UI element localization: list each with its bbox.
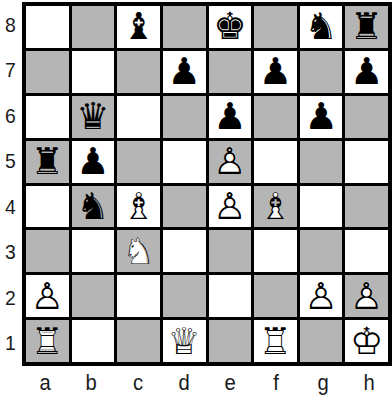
white-pawn-piece[interactable]: ♟♙ (350, 278, 383, 315)
white-pawn-piece[interactable]: ♟♙ (304, 278, 337, 315)
piece-solid: ♟ (350, 53, 383, 90)
square-f2[interactable] (254, 275, 297, 317)
square-b4[interactable]: ♞ (72, 186, 115, 228)
square-c3[interactable]: ♞♘ (117, 230, 160, 272)
square-f8[interactable] (254, 6, 297, 48)
square-e5[interactable]: ♟♙ (209, 141, 252, 183)
white-rook-piece[interactable]: ♜♖ (31, 323, 64, 360)
square-e8[interactable]: ♚ (209, 6, 252, 48)
square-c5[interactable] (117, 141, 160, 183)
square-d8[interactable] (163, 6, 206, 48)
piece-outline: ♘ (122, 233, 155, 270)
square-h7[interactable]: ♟ (345, 51, 388, 93)
file-labels: abcdefgh (22, 368, 392, 398)
white-bishop-piece[interactable]: ♝♗ (122, 188, 155, 225)
square-f5[interactable] (254, 141, 297, 183)
file-label-h: h (348, 368, 391, 398)
square-e1[interactable] (209, 320, 252, 362)
square-b6[interactable]: ♛ (72, 96, 115, 138)
file-label-a: a (24, 368, 67, 398)
square-d2[interactable] (163, 275, 206, 317)
square-c6[interactable] (117, 96, 160, 138)
black-pawn-piece[interactable]: ♟ (213, 98, 246, 135)
square-c7[interactable] (117, 51, 160, 93)
file-label-g: g (301, 368, 344, 398)
rank-label-8: 8 (1, 2, 20, 48)
square-f3[interactable] (254, 230, 297, 272)
piece-outline: ♖ (259, 323, 292, 360)
piece-outline: ♔ (350, 323, 383, 360)
piece-solid: ♜ (350, 8, 383, 45)
piece-solid: ♞ (76, 188, 109, 225)
piece-solid: ♟ (304, 98, 337, 135)
square-e7[interactable] (209, 51, 252, 93)
black-pawn-piece[interactable]: ♟ (304, 98, 337, 135)
file-label-d: d (163, 368, 206, 398)
rank-label-2: 2 (1, 275, 20, 321)
square-b2[interactable] (72, 275, 115, 317)
black-rook-piece[interactable]: ♜ (31, 143, 64, 180)
square-d7[interactable]: ♟ (163, 51, 206, 93)
file-label-c: c (116, 368, 159, 398)
white-rook-piece[interactable]: ♜♖ (259, 323, 292, 360)
black-knight-piece[interactable]: ♞ (76, 188, 109, 225)
chess-board[interactable]: ♝♚♞♜♟♟♟♛♟♟♜♟♟♙♞♝♗♟♙♝♗♞♘♟♙♟♙♟♙♜♖♛♕♜♖♚♔ (22, 2, 392, 366)
chess-diagram: 87654321 ♝♚♞♜♟♟♟♛♟♟♜♟♟♙♞♝♗♟♙♝♗♞♘♟♙♟♙♟♙♜♖… (0, 0, 392, 400)
square-d5[interactable] (163, 141, 206, 183)
piece-outline: ♙ (350, 278, 383, 315)
piece-outline: ♙ (31, 278, 64, 315)
square-b7[interactable] (72, 51, 115, 93)
square-e2[interactable] (209, 275, 252, 317)
file-label-f: f (255, 368, 298, 398)
square-a1[interactable]: ♜♖ (26, 320, 69, 362)
square-f1[interactable]: ♜♖ (254, 320, 297, 362)
piece-solid: ♝ (122, 8, 155, 45)
black-queen-piece[interactable]: ♛ (76, 98, 109, 135)
piece-outline: ♖ (31, 323, 64, 360)
square-h4[interactable] (345, 186, 388, 228)
square-h8[interactable]: ♜ (345, 6, 388, 48)
square-c4[interactable]: ♝♗ (117, 186, 160, 228)
square-g1[interactable] (300, 320, 343, 362)
square-d3[interactable] (163, 230, 206, 272)
square-c1[interactable] (117, 320, 160, 362)
piece-solid: ♟ (259, 53, 292, 90)
square-h5[interactable] (345, 141, 388, 183)
rank-label-6: 6 (1, 93, 20, 139)
square-h3[interactable] (345, 230, 388, 272)
square-b8[interactable] (72, 6, 115, 48)
white-pawn-piece[interactable]: ♟♙ (213, 188, 246, 225)
square-h1[interactable]: ♚♔ (345, 320, 388, 362)
square-g5[interactable] (300, 141, 343, 183)
square-d4[interactable] (163, 186, 206, 228)
square-d1[interactable]: ♛♕ (163, 320, 206, 362)
square-a7[interactable] (26, 51, 69, 93)
square-e6[interactable]: ♟ (209, 96, 252, 138)
black-king-piece[interactable]: ♚ (213, 8, 246, 45)
black-pawn-piece[interactable]: ♟ (350, 53, 383, 90)
piece-solid: ♜ (31, 143, 64, 180)
file-label-e: e (209, 368, 252, 398)
black-pawn-piece[interactable]: ♟ (259, 53, 292, 90)
piece-solid: ♞ (304, 8, 337, 45)
black-pawn-piece[interactable]: ♟ (76, 143, 109, 180)
black-bishop-piece[interactable]: ♝ (122, 8, 155, 45)
square-e4[interactable]: ♟♙ (209, 186, 252, 228)
piece-outline: ♙ (304, 278, 337, 315)
piece-outline: ♙ (213, 143, 246, 180)
square-a2[interactable]: ♟♙ (26, 275, 69, 317)
square-g7[interactable] (300, 51, 343, 93)
black-knight-piece[interactable]: ♞ (304, 8, 337, 45)
square-a8[interactable] (26, 6, 69, 48)
square-h6[interactable] (345, 96, 388, 138)
rank-label-7: 7 (1, 48, 20, 94)
square-g6[interactable]: ♟ (300, 96, 343, 138)
white-king-piece[interactable]: ♚♔ (350, 323, 383, 360)
black-pawn-piece[interactable]: ♟ (168, 53, 201, 90)
square-g3[interactable] (300, 230, 343, 272)
square-b5[interactable]: ♟ (72, 141, 115, 183)
square-f7[interactable]: ♟ (254, 51, 297, 93)
white-pawn-piece[interactable]: ♟♙ (213, 143, 246, 180)
square-f6[interactable] (254, 96, 297, 138)
white-pawn-piece[interactable]: ♟♙ (31, 278, 64, 315)
piece-outline: ♙ (213, 188, 246, 225)
square-a3[interactable] (26, 230, 69, 272)
rank-label-4: 4 (1, 184, 20, 230)
square-a4[interactable] (26, 186, 69, 228)
square-e3[interactable] (209, 230, 252, 272)
piece-solid: ♟ (76, 143, 109, 180)
piece-solid: ♛ (76, 98, 109, 135)
file-label-b: b (70, 368, 113, 398)
rank-label-5: 5 (1, 139, 20, 185)
square-h2[interactable]: ♟♙ (345, 275, 388, 317)
rank-labels: 87654321 (0, 2, 21, 366)
black-rook-piece[interactable]: ♜ (350, 8, 383, 45)
white-knight-piece[interactable]: ♞♘ (122, 233, 155, 270)
rank-label-3: 3 (1, 230, 20, 276)
square-c8[interactable]: ♝ (117, 6, 160, 48)
piece-solid: ♟ (213, 98, 246, 135)
piece-outline: ♗ (259, 188, 292, 225)
piece-outline: ♕ (168, 323, 201, 360)
square-a6[interactable] (26, 96, 69, 138)
square-c2[interactable] (117, 275, 160, 317)
square-g8[interactable]: ♞ (300, 6, 343, 48)
square-g2[interactable]: ♟♙ (300, 275, 343, 317)
white-bishop-piece[interactable]: ♝♗ (259, 188, 292, 225)
square-b3[interactable] (72, 230, 115, 272)
square-b1[interactable] (72, 320, 115, 362)
square-g4[interactable] (300, 186, 343, 228)
piece-outline: ♗ (122, 188, 155, 225)
piece-solid: ♚ (213, 8, 246, 45)
square-f4[interactable]: ♝♗ (254, 186, 297, 228)
white-queen-piece[interactable]: ♛♕ (168, 323, 201, 360)
square-d6[interactable] (163, 96, 206, 138)
piece-solid: ♟ (168, 53, 201, 90)
square-a5[interactable]: ♜ (26, 141, 69, 183)
rank-label-1: 1 (1, 321, 20, 367)
